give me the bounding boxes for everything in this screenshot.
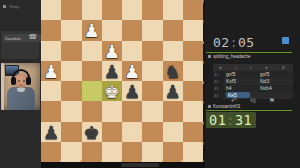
square-c7[interactable] <box>142 122 162 142</box>
move-number: 43 <box>213 85 224 92</box>
square-h7[interactable]: ♟ <box>41 122 61 142</box>
opponent-row[interactable]: splitting_headache <box>208 54 296 60</box>
square-e8[interactable]: e <box>102 142 122 162</box>
square-f3[interactable] <box>82 41 102 61</box>
square-f1[interactable] <box>82 0 102 20</box>
black-king-f7[interactable]: ♚ <box>82 122 102 142</box>
black-knight-b4[interactable]: ♞ <box>163 61 183 81</box>
square-d7[interactable] <box>122 122 142 142</box>
opponent-status-icon <box>208 55 211 58</box>
black-pawn-b5[interactable]: ♟ <box>163 81 183 101</box>
square-c8[interactable]: c <box>142 142 162 162</box>
player-status-icon <box>208 105 211 108</box>
coord-rank-6: 6 <box>202 101 204 104</box>
move-42-black[interactable]: Nd3 <box>258 78 292 85</box>
square-h3[interactable] <box>41 41 61 61</box>
nav-last-icon[interactable]: » <box>265 65 268 71</box>
square-g1[interactable] <box>61 0 81 20</box>
square-g6[interactable] <box>61 101 81 121</box>
square-h6[interactable] <box>41 101 61 121</box>
white-pawn-h4[interactable]: ♟ <box>41 61 61 81</box>
opponent-name: splitting_headache <box>213 54 251 59</box>
square-b6[interactable] <box>163 101 183 121</box>
square-e5[interactable]: ♚ <box>102 81 122 101</box>
square-a5[interactable]: 5 <box>183 81 203 101</box>
square-g4[interactable] <box>61 61 81 81</box>
grid-icon <box>3 5 6 8</box>
square-f5[interactable] <box>82 81 102 101</box>
square-e6[interactable] <box>102 101 122 121</box>
square-d1[interactable] <box>122 0 142 20</box>
streamer-collar <box>17 88 25 92</box>
game-side-panel: 02:05 splitting_headache «‹›»≡ 41gxf5gxf… <box>205 0 300 168</box>
white-pawn-f2[interactable]: ♟ <box>82 20 102 40</box>
square-e3[interactable]: ♟ <box>102 41 122 61</box>
move-row-42: 42Kxf5Nd3 <box>213 78 293 85</box>
player-clock-active: 01:31 <box>206 112 256 128</box>
square-d4[interactable]: ♟ <box>122 61 142 81</box>
square-b3[interactable] <box>163 41 183 61</box>
square-b2[interactable] <box>163 20 183 40</box>
square-c5[interactable] <box>142 81 162 101</box>
square-a7[interactable]: 7 <box>183 122 203 142</box>
square-f8[interactable]: f <box>82 142 102 162</box>
phone-icon[interactable]: ☎ <box>28 33 37 41</box>
square-b4[interactable]: ♞ <box>163 61 183 81</box>
square-g7[interactable] <box>61 122 81 142</box>
square-h8[interactable]: h <box>41 142 61 162</box>
left-sidebar: - Temy Davidnio ☎ <box>0 0 41 168</box>
square-c3[interactable] <box>142 41 162 61</box>
black-pawn-e4[interactable]: ♟ <box>102 61 122 81</box>
square-h5[interactable] <box>41 81 61 101</box>
sidebar-top-row: - Temy <box>3 2 37 10</box>
square-d6[interactable] <box>122 101 142 121</box>
square-d5[interactable]: ♟ <box>122 81 142 101</box>
white-pawn-d4[interactable]: ♟ <box>122 61 142 81</box>
black-pawn-d5[interactable]: ♟ <box>122 81 142 101</box>
voice-call-panel[interactable]: Davidnio ☎ <box>1 31 39 59</box>
square-b1[interactable] <box>163 0 183 20</box>
coord-rank-2: 2 <box>202 20 204 23</box>
square-c4[interactable] <box>142 61 162 81</box>
square-a6[interactable]: 6 <box>183 101 203 121</box>
square-c6[interactable] <box>142 101 162 121</box>
coord-rank-8: 8 <box>202 142 204 145</box>
square-g2[interactable] <box>61 20 81 40</box>
square-h4[interactable]: ♟ <box>41 61 61 81</box>
square-e2[interactable] <box>102 20 122 40</box>
square-f4[interactable] <box>82 61 102 81</box>
square-d3[interactable] <box>122 41 142 61</box>
square-d2[interactable] <box>122 20 142 40</box>
coord-rank-1: 1 <box>202 0 204 3</box>
coord-rank-3: 3 <box>202 41 204 44</box>
square-d8[interactable]: d <box>122 142 142 162</box>
nav-prev-icon[interactable]: ‹ <box>235 65 237 71</box>
move-42-white[interactable]: Kxf5 <box>224 78 258 85</box>
move-row-41: 41gxf5gxf5 <box>213 71 293 78</box>
square-g3[interactable] <box>61 41 81 61</box>
blue-badge-icon[interactable] <box>282 37 289 44</box>
white-pawn-e3[interactable]: ♟ <box>102 41 122 61</box>
chess-board: 1♟2♟3♟♟♟♞4♚♟♟56♟♚7hgfedcb8a <box>41 0 203 162</box>
square-e7[interactable] <box>102 122 122 142</box>
square-c2[interactable] <box>142 20 162 40</box>
square-h1[interactable] <box>41 0 61 20</box>
move-43-white[interactable]: h4 <box>224 85 258 92</box>
board-bottom-bar <box>41 162 205 168</box>
square-c1[interactable] <box>142 0 162 20</box>
player-accent-line <box>206 110 292 112</box>
nav-menu-icon[interactable]: ≡ <box>282 65 285 71</box>
square-f7[interactable]: ♚ <box>82 122 102 142</box>
door-frame <box>1 63 4 110</box>
nav-first-icon[interactable]: « <box>219 65 222 71</box>
square-a4[interactable]: 4 <box>183 61 203 81</box>
square-e4[interactable]: ♟ <box>102 61 122 81</box>
square-f2[interactable]: ♟ <box>82 20 102 40</box>
move-number: 41 <box>213 71 224 78</box>
move-list: «‹›»≡ 41gxf5gxf542Kxf5Nd343h4Nxb444Ke5 <box>213 64 293 99</box>
white-king-e5[interactable]: ♚ <box>102 81 122 101</box>
player-name: KonstantinKS <box>213 104 240 109</box>
square-e1[interactable] <box>102 0 122 20</box>
square-a8[interactable]: 8a <box>183 142 203 162</box>
square-g5[interactable] <box>61 81 81 101</box>
call-user-name: Davidnio <box>5 36 21 40</box>
opponent-clock: 02:05 <box>213 35 255 50</box>
move-41-black[interactable]: gxf5 <box>258 71 292 78</box>
move-number: 42 <box>213 78 224 85</box>
sidebar-top-label: - Temy <box>7 4 19 8</box>
call-user-pill[interactable]: Davidnio <box>3 34 46 42</box>
bottom-bar-button[interactable] <box>121 163 159 167</box>
coord-rank-7: 7 <box>202 122 204 125</box>
square-a2[interactable]: 2 <box>183 20 203 40</box>
square-b7[interactable] <box>163 122 183 142</box>
square-h2[interactable] <box>41 20 61 40</box>
square-a1[interactable]: 1 <box>183 0 203 20</box>
player-row[interactable]: KonstantinKS <box>208 103 274 109</box>
move-41-white[interactable]: gxf5 <box>224 71 258 78</box>
coord-rank-5: 5 <box>202 81 204 84</box>
coord-rank-4: 4 <box>202 61 204 64</box>
black-pawn-h7[interactable]: ♟ <box>41 122 61 142</box>
square-b8[interactable]: b <box>163 142 183 162</box>
move-row-43: 43h4Nxb4 <box>213 85 293 92</box>
move-43-black[interactable]: Nxb4 <box>258 85 292 92</box>
square-b5[interactable]: ♟ <box>163 81 183 101</box>
square-a3[interactable]: 3 <box>183 41 203 61</box>
webcam-overlay <box>1 63 40 110</box>
square-g8[interactable]: g <box>61 142 81 162</box>
square-f6[interactable] <box>82 101 102 121</box>
stream-screen: - Temy Davidnio ☎ 1♟2♟3♟♟♟♞4♚♟♟56♟♚7hgfe… <box>0 0 300 168</box>
nav-next-icon[interactable]: › <box>250 65 252 71</box>
